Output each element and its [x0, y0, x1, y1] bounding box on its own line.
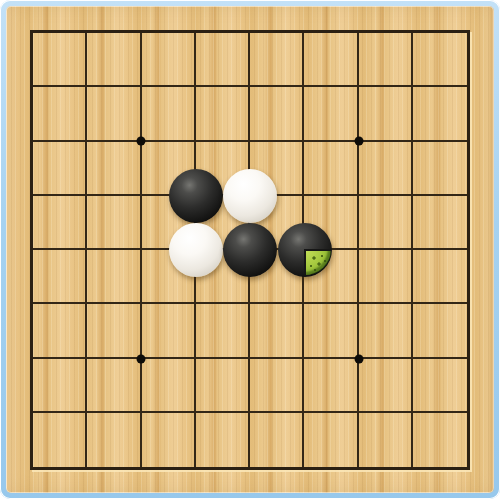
- grid-cell: [142, 359, 196, 413]
- grid-cell: [413, 304, 467, 358]
- grid-cell: [33, 87, 87, 141]
- grid-cell: [87, 87, 141, 141]
- grid-cell: [87, 196, 141, 250]
- grid-cell: [304, 142, 358, 196]
- grid-cell: [33, 359, 87, 413]
- grid-cell: [304, 87, 358, 141]
- grid-cell: [413, 33, 467, 87]
- grid-cell: [142, 33, 196, 87]
- grid-cell: [413, 359, 467, 413]
- grid-cell: [250, 33, 304, 87]
- grid-cell: [413, 142, 467, 196]
- grid-cell: [33, 142, 87, 196]
- grid-cell: [142, 304, 196, 358]
- grid-cell: [304, 304, 358, 358]
- stone-black-D6[interactable]: [169, 169, 223, 223]
- grid-cell: [33, 304, 87, 358]
- grid-cell: [250, 359, 304, 413]
- grid-cell: [413, 87, 467, 141]
- stone-white-E6[interactable]: [223, 169, 277, 223]
- grid-cell: [142, 87, 196, 141]
- star-point: [355, 137, 364, 146]
- grid-cell: [359, 413, 413, 467]
- stone-black-F5[interactable]: [278, 223, 332, 277]
- grid-cell: [304, 359, 358, 413]
- grid-cell: [196, 87, 250, 141]
- grid-cell: [196, 33, 250, 87]
- star-point: [137, 137, 146, 146]
- grid-cell: [413, 413, 467, 467]
- grid-cell: [359, 196, 413, 250]
- star-point: [137, 355, 146, 364]
- grid-cell: [87, 413, 141, 467]
- grid-cell: [250, 413, 304, 467]
- grid-cell: [250, 304, 304, 358]
- grid-cell: [359, 87, 413, 141]
- grid-cell: [87, 359, 141, 413]
- grid-cell: [87, 33, 141, 87]
- grid-cell: [304, 413, 358, 467]
- star-point: [355, 355, 364, 364]
- grid-cell: [359, 250, 413, 304]
- grid-cell: [33, 196, 87, 250]
- grid-cell: [142, 413, 196, 467]
- go-app-screen: [0, 0, 500, 499]
- grid-cell: [413, 250, 467, 304]
- grid-cell: [413, 196, 467, 250]
- grid-cell: [33, 250, 87, 304]
- grid-cell: [33, 413, 87, 467]
- grid-cell: [250, 87, 304, 141]
- grid-cell: [196, 304, 250, 358]
- stone-white-D5[interactable]: [169, 223, 223, 277]
- grid-cell: [87, 304, 141, 358]
- grid-cell: [304, 33, 358, 87]
- grid-cell: [33, 33, 87, 87]
- grid-cell: [359, 304, 413, 358]
- grid-cell: [359, 359, 413, 413]
- grid-cell: [196, 359, 250, 413]
- grid-cell: [87, 142, 141, 196]
- grid-cell: [87, 250, 141, 304]
- grid-cell: [359, 142, 413, 196]
- grid-cell: [196, 413, 250, 467]
- stone-black-E5[interactable]: [223, 223, 277, 277]
- grid-cell: [359, 33, 413, 87]
